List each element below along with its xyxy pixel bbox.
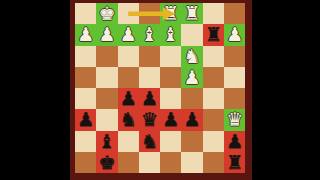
square-e6[interactable]: ♛ <box>139 109 160 130</box>
black-pawn-d6[interactable]: ♟ <box>160 109 181 130</box>
square-b2[interactable]: ♜ <box>203 24 224 45</box>
square-a8[interactable]: ♜ <box>224 152 245 173</box>
square-c8[interactable] <box>181 152 202 173</box>
square-f8[interactable] <box>118 152 139 173</box>
black-knight-f6[interactable]: ♞ <box>118 109 139 130</box>
black-pawn-h6[interactable]: ♟ <box>75 109 96 130</box>
square-c4[interactable]: ♟ <box>181 67 202 88</box>
white-rook-c1[interactable]: ♜ <box>181 3 202 24</box>
square-h4[interactable] <box>75 67 96 88</box>
square-c6[interactable]: ♟ <box>181 109 202 130</box>
square-g1[interactable]: ♚ <box>96 3 117 24</box>
square-f4[interactable] <box>118 67 139 88</box>
black-pawn-f5[interactable]: ♟ <box>118 88 139 109</box>
square-a5[interactable] <box>224 88 245 109</box>
square-d5[interactable] <box>160 88 181 109</box>
square-b1[interactable] <box>203 3 224 24</box>
black-pawn-a7[interactable]: ♟ <box>224 131 245 152</box>
white-pawn-f2[interactable]: ♟ <box>118 24 139 45</box>
square-a3[interactable] <box>224 46 245 67</box>
square-f1[interactable] <box>118 3 139 24</box>
square-a2[interactable]: ♟ <box>224 24 245 45</box>
black-pawn-e5[interactable]: ♟ <box>139 88 160 109</box>
square-a6[interactable]: ♛ <box>224 109 245 130</box>
square-h2[interactable]: ♟ <box>75 24 96 45</box>
white-pawn-g2[interactable]: ♟ <box>96 24 117 45</box>
chess-board[interactable]: ♚♜♜♟♟♟♝♝♜♟♞♟♟♟♟♞♛♟♟♛♝♞♟♚♜ <box>75 3 245 173</box>
square-h3[interactable] <box>75 46 96 67</box>
square-g5[interactable] <box>96 88 117 109</box>
square-h5[interactable] <box>75 88 96 109</box>
black-rook-b2[interactable]: ♜ <box>203 24 224 45</box>
square-e3[interactable] <box>139 46 160 67</box>
letterbox-left <box>0 0 70 180</box>
square-c7[interactable] <box>181 131 202 152</box>
square-f6[interactable]: ♞ <box>118 109 139 130</box>
black-pawn-c6[interactable]: ♟ <box>181 109 202 130</box>
white-bishop-d2[interactable]: ♝ <box>160 24 181 45</box>
square-d7[interactable] <box>160 131 181 152</box>
square-g4[interactable] <box>96 67 117 88</box>
square-d6[interactable]: ♟ <box>160 109 181 130</box>
board-frame: ♚♜♜♟♟♟♝♝♜♟♞♟♟♟♟♞♛♟♟♛♝♞♟♚♜ <box>70 0 252 180</box>
square-g7[interactable]: ♝ <box>96 131 117 152</box>
white-knight-c3[interactable]: ♞ <box>181 46 202 67</box>
white-queen-a6[interactable]: ♛ <box>224 109 245 130</box>
square-d1[interactable]: ♜ <box>160 3 181 24</box>
square-d4[interactable] <box>160 67 181 88</box>
square-e7[interactable]: ♞ <box>139 131 160 152</box>
square-b8[interactable] <box>203 152 224 173</box>
square-g6[interactable] <box>96 109 117 130</box>
square-b3[interactable] <box>203 46 224 67</box>
black-king-g8[interactable]: ♚ <box>96 152 117 173</box>
square-g2[interactable]: ♟ <box>96 24 117 45</box>
square-e1[interactable] <box>139 3 160 24</box>
square-a4[interactable] <box>224 67 245 88</box>
letterbox-right <box>252 0 320 180</box>
square-b5[interactable] <box>203 88 224 109</box>
black-rook-a8[interactable]: ♜ <box>224 152 245 173</box>
square-b4[interactable] <box>203 67 224 88</box>
square-f5[interactable]: ♟ <box>118 88 139 109</box>
white-pawn-a2[interactable]: ♟ <box>224 24 245 45</box>
thumbnail-stage: ♚♜♜♟♟♟♝♝♜♟♞♟♟♟♟♞♛♟♟♛♝♞♟♚♜ <box>0 0 320 180</box>
white-pawn-c4[interactable]: ♟ <box>181 67 202 88</box>
square-c2[interactable] <box>181 24 202 45</box>
square-h1[interactable] <box>75 3 96 24</box>
square-h6[interactable]: ♟ <box>75 109 96 130</box>
square-e8[interactable] <box>139 152 160 173</box>
square-e2[interactable]: ♝ <box>139 24 160 45</box>
square-d8[interactable] <box>160 152 181 173</box>
square-a1[interactable] <box>224 3 245 24</box>
white-king-g1[interactable]: ♚ <box>96 3 117 24</box>
black-bishop-g7[interactable]: ♝ <box>96 131 117 152</box>
square-g8[interactable]: ♚ <box>96 152 117 173</box>
white-bishop-e2[interactable]: ♝ <box>139 24 160 45</box>
square-d3[interactable] <box>160 46 181 67</box>
white-rook-d1[interactable]: ♜ <box>160 3 181 24</box>
square-c3[interactable]: ♞ <box>181 46 202 67</box>
square-a7[interactable]: ♟ <box>224 131 245 152</box>
square-h8[interactable] <box>75 152 96 173</box>
square-c1[interactable]: ♜ <box>181 3 202 24</box>
square-d2[interactable]: ♝ <box>160 24 181 45</box>
square-g3[interactable] <box>96 46 117 67</box>
square-f7[interactable] <box>118 131 139 152</box>
square-b6[interactable] <box>203 109 224 130</box>
square-e5[interactable]: ♟ <box>139 88 160 109</box>
square-f2[interactable]: ♟ <box>118 24 139 45</box>
square-h7[interactable] <box>75 131 96 152</box>
white-pawn-h2[interactable]: ♟ <box>75 24 96 45</box>
square-f3[interactable] <box>118 46 139 67</box>
black-knight-e7[interactable]: ♞ <box>139 131 160 152</box>
square-b7[interactable] <box>203 131 224 152</box>
square-c5[interactable] <box>181 88 202 109</box>
square-e4[interactable] <box>139 67 160 88</box>
black-queen-e6[interactable]: ♛ <box>139 109 160 130</box>
